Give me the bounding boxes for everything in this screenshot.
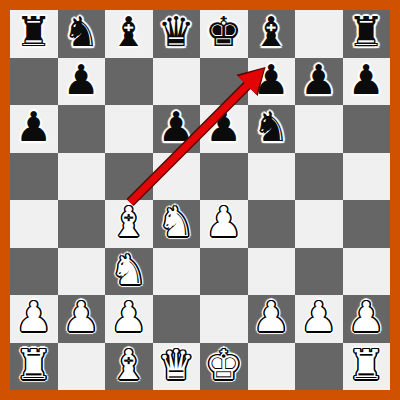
piece-black-pawn-b7[interactable]: ♟	[63, 60, 100, 101]
piece-white-queen-d1[interactable]: ♛	[158, 345, 195, 386]
square-e6[interactable]: ♟	[200, 105, 248, 153]
piece-black-queen-d8[interactable]: ♛	[158, 12, 195, 53]
square-g1[interactable]	[295, 343, 343, 391]
square-f7[interactable]: ♟	[248, 58, 296, 106]
piece-white-king-e1[interactable]: ♚	[205, 345, 242, 386]
piece-black-king-e8[interactable]: ♚	[205, 12, 242, 53]
piece-black-pawn-g7[interactable]: ♟	[300, 60, 337, 101]
square-a5[interactable]	[10, 153, 58, 201]
square-b5[interactable]	[58, 153, 106, 201]
square-d1[interactable]: ♛	[153, 343, 201, 391]
square-b4[interactable]	[58, 200, 106, 248]
square-c8[interactable]: ♝	[105, 10, 153, 58]
square-h2[interactable]: ♟	[343, 295, 391, 343]
piece-white-rook-h1[interactable]: ♜	[348, 345, 385, 386]
piece-white-rook-a1[interactable]: ♜	[15, 345, 52, 386]
piece-white-pawn-g2[interactable]: ♟	[300, 297, 337, 338]
piece-white-pawn-a2[interactable]: ♟	[15, 297, 52, 338]
square-h1[interactable]: ♜	[343, 343, 391, 391]
square-d4[interactable]: ♞	[153, 200, 201, 248]
square-g2[interactable]: ♟	[295, 295, 343, 343]
piece-white-pawn-h2[interactable]: ♟	[348, 297, 385, 338]
piece-white-knight-c3[interactable]: ♞	[110, 250, 147, 291]
square-c4[interactable]: ♝	[105, 200, 153, 248]
square-b6[interactable]	[58, 105, 106, 153]
square-c1[interactable]: ♝	[105, 343, 153, 391]
square-h8[interactable]: ♜	[343, 10, 391, 58]
square-d5[interactable]	[153, 153, 201, 201]
square-f4[interactable]	[248, 200, 296, 248]
square-c7[interactable]	[105, 58, 153, 106]
piece-white-pawn-f2[interactable]: ♟	[253, 297, 290, 338]
piece-black-pawn-e6[interactable]: ♟	[205, 107, 242, 148]
square-e2[interactable]	[200, 295, 248, 343]
square-b7[interactable]: ♟	[58, 58, 106, 106]
piece-white-pawn-b2[interactable]: ♟	[63, 297, 100, 338]
square-e3[interactable]	[200, 248, 248, 296]
square-e7[interactable]	[200, 58, 248, 106]
square-g4[interactable]	[295, 200, 343, 248]
square-b3[interactable]	[58, 248, 106, 296]
square-c2[interactable]: ♟	[105, 295, 153, 343]
square-e4[interactable]: ♟	[200, 200, 248, 248]
square-h6[interactable]	[343, 105, 391, 153]
piece-black-bishop-c8[interactable]: ♝	[110, 12, 147, 53]
square-h4[interactable]	[343, 200, 391, 248]
square-f8[interactable]: ♝	[248, 10, 296, 58]
piece-white-bishop-c4[interactable]: ♝	[110, 202, 147, 243]
chess-board: ♜♞♝♛♚♝♜♟♟♟♟♟♟♟♞♝♞♟♞♟♟♟♟♟♟♜♝♛♚♜	[10, 10, 390, 390]
board-frame: ♜♞♝♛♚♝♜♟♟♟♟♟♟♟♞♝♞♟♞♟♟♟♟♟♟♜♝♛♚♜	[0, 0, 400, 400]
square-b2[interactable]: ♟	[58, 295, 106, 343]
square-d8[interactable]: ♛	[153, 10, 201, 58]
square-a3[interactable]	[10, 248, 58, 296]
square-a7[interactable]	[10, 58, 58, 106]
square-d7[interactable]	[153, 58, 201, 106]
piece-black-pawn-d6[interactable]: ♟	[158, 107, 195, 148]
square-b1[interactable]	[58, 343, 106, 391]
piece-black-knight-f6[interactable]: ♞	[253, 107, 290, 148]
square-a8[interactable]: ♜	[10, 10, 58, 58]
piece-white-pawn-e4[interactable]: ♟	[205, 202, 242, 243]
piece-black-pawn-f7[interactable]: ♟	[253, 60, 290, 101]
square-c5[interactable]	[105, 153, 153, 201]
square-f2[interactable]: ♟	[248, 295, 296, 343]
square-f1[interactable]	[248, 343, 296, 391]
square-f5[interactable]	[248, 153, 296, 201]
square-f6[interactable]: ♞	[248, 105, 296, 153]
square-h5[interactable]	[343, 153, 391, 201]
square-g7[interactable]: ♟	[295, 58, 343, 106]
square-a2[interactable]: ♟	[10, 295, 58, 343]
square-c6[interactable]	[105, 105, 153, 153]
piece-black-rook-a8[interactable]: ♜	[15, 12, 52, 53]
square-f3[interactable]	[248, 248, 296, 296]
piece-white-bishop-c1[interactable]: ♝	[110, 345, 147, 386]
piece-black-bishop-f8[interactable]: ♝	[253, 12, 290, 53]
square-h7[interactable]: ♟	[343, 58, 391, 106]
piece-black-pawn-a6[interactable]: ♟	[15, 107, 52, 148]
square-b8[interactable]: ♞	[58, 10, 106, 58]
square-a1[interactable]: ♜	[10, 343, 58, 391]
square-g6[interactable]	[295, 105, 343, 153]
square-e5[interactable]	[200, 153, 248, 201]
square-d6[interactable]: ♟	[153, 105, 201, 153]
piece-white-pawn-c2[interactable]: ♟	[110, 297, 147, 338]
piece-black-knight-b8[interactable]: ♞	[63, 12, 100, 53]
square-h3[interactable]	[343, 248, 391, 296]
square-d3[interactable]	[153, 248, 201, 296]
square-a4[interactable]	[10, 200, 58, 248]
square-g3[interactable]	[295, 248, 343, 296]
piece-black-pawn-h7[interactable]: ♟	[348, 60, 385, 101]
square-c3[interactable]: ♞	[105, 248, 153, 296]
square-e8[interactable]: ♚	[200, 10, 248, 58]
piece-white-knight-d4[interactable]: ♞	[158, 202, 195, 243]
square-e1[interactable]: ♚	[200, 343, 248, 391]
square-d2[interactable]	[153, 295, 201, 343]
square-a6[interactable]: ♟	[10, 105, 58, 153]
piece-black-rook-h8[interactable]: ♜	[348, 12, 385, 53]
square-g8[interactable]	[295, 10, 343, 58]
square-g5[interactable]	[295, 153, 343, 201]
